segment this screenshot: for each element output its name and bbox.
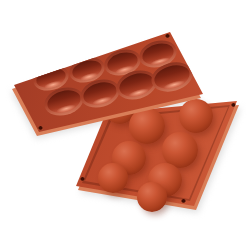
hanging-hole xyxy=(231,103,236,107)
hanging-hole xyxy=(80,177,85,181)
dome-bump xyxy=(179,99,213,133)
dome-bump xyxy=(98,163,128,193)
hanging-hole xyxy=(38,126,43,130)
hanging-hole xyxy=(165,34,170,38)
hanging-hole xyxy=(181,199,186,203)
product-photo-stage xyxy=(0,0,250,250)
dome-bump xyxy=(137,182,167,212)
